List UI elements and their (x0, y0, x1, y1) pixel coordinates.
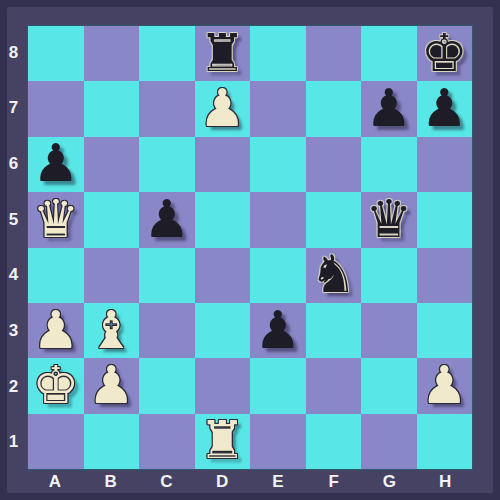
square-d8[interactable]: ♜ (195, 26, 251, 81)
rank-label-2: 2 (0, 359, 27, 415)
square-c4[interactable] (139, 248, 195, 303)
file-label-e: E (250, 470, 306, 494)
square-e2[interactable] (250, 358, 306, 413)
file-label-h: H (417, 470, 473, 494)
square-e7[interactable] (250, 81, 306, 136)
piece-black-knight-f4[interactable]: ♞ (310, 248, 357, 300)
piece-white-king-a2[interactable]: ♚ (32, 359, 79, 411)
square-a2[interactable]: ♚ (28, 358, 84, 413)
piece-black-pawn-h7[interactable]: ♟ (421, 82, 468, 134)
piece-white-pawn-a3[interactable]: ♟ (32, 304, 79, 356)
piece-white-rook-d1[interactable]: ♜ (199, 414, 246, 466)
square-b3[interactable]: ♝ (84, 303, 140, 358)
square-b5[interactable] (84, 192, 140, 247)
square-c3[interactable] (139, 303, 195, 358)
square-d4[interactable] (195, 248, 251, 303)
piece-white-queen-a5[interactable]: ♛ (32, 193, 79, 245)
piece-white-pawn-h2[interactable]: ♟ (421, 359, 468, 411)
square-b6[interactable] (84, 137, 140, 192)
piece-black-king-h8[interactable]: ♚ (421, 27, 468, 79)
piece-white-bishop-b3[interactable]: ♝ (88, 304, 135, 356)
square-c8[interactable] (139, 26, 195, 81)
square-g7[interactable]: ♟ (361, 81, 417, 136)
square-e3[interactable]: ♟ (250, 303, 306, 358)
square-a1[interactable] (28, 414, 84, 469)
chess-board: ♜♚♟♟♟♟♛♟♛♞♟♝♟♚♟♟♜ (27, 25, 473, 470)
square-h2[interactable]: ♟ (417, 358, 473, 413)
piece-black-rook-d8[interactable]: ♜ (199, 27, 246, 79)
file-label-g: G (362, 470, 418, 494)
square-h5[interactable] (417, 192, 473, 247)
square-f7[interactable] (306, 81, 362, 136)
square-h7[interactable]: ♟ (417, 81, 473, 136)
square-f1[interactable] (306, 414, 362, 469)
square-h6[interactable] (417, 137, 473, 192)
square-c2[interactable] (139, 358, 195, 413)
piece-black-pawn-c5[interactable]: ♟ (143, 193, 190, 245)
square-a5[interactable]: ♛ (28, 192, 84, 247)
square-g4[interactable] (361, 248, 417, 303)
square-a3[interactable]: ♟ (28, 303, 84, 358)
square-e1[interactable] (250, 414, 306, 469)
square-g6[interactable] (361, 137, 417, 192)
file-label-b: B (83, 470, 139, 494)
rank-label-4: 4 (0, 248, 27, 304)
square-c1[interactable] (139, 414, 195, 469)
square-d2[interactable] (195, 358, 251, 413)
square-e5[interactable] (250, 192, 306, 247)
square-c5[interactable]: ♟ (139, 192, 195, 247)
square-f3[interactable] (306, 303, 362, 358)
rank-label-1: 1 (0, 414, 27, 470)
square-f8[interactable] (306, 26, 362, 81)
square-f6[interactable] (306, 137, 362, 192)
piece-black-pawn-g7[interactable]: ♟ (365, 82, 412, 134)
square-e6[interactable] (250, 137, 306, 192)
square-g1[interactable] (361, 414, 417, 469)
square-a8[interactable] (28, 26, 84, 81)
chess-board-frame: 87654321 ABCDEFGH ♜♚♟♟♟♟♛♟♛♞♟♝♟♚♟♟♜ (0, 0, 500, 500)
rank-label-7: 7 (0, 81, 27, 137)
rank-label-6: 6 (0, 136, 27, 192)
square-g3[interactable] (361, 303, 417, 358)
rank-label-5: 5 (0, 192, 27, 248)
square-a6[interactable]: ♟ (28, 137, 84, 192)
square-h4[interactable] (417, 248, 473, 303)
rank-labels: 87654321 (0, 25, 27, 470)
square-e4[interactable] (250, 248, 306, 303)
file-label-a: A (27, 470, 83, 494)
square-d5[interactable] (195, 192, 251, 247)
square-h1[interactable] (417, 414, 473, 469)
file-label-d: D (194, 470, 250, 494)
square-f5[interactable] (306, 192, 362, 247)
square-e8[interactable] (250, 26, 306, 81)
rank-label-3: 3 (0, 303, 27, 359)
square-h8[interactable]: ♚ (417, 26, 473, 81)
square-d1[interactable]: ♜ (195, 414, 251, 469)
square-a7[interactable] (28, 81, 84, 136)
square-d3[interactable] (195, 303, 251, 358)
piece-black-queen-g5[interactable]: ♛ (365, 193, 412, 245)
square-f2[interactable] (306, 358, 362, 413)
square-g2[interactable] (361, 358, 417, 413)
square-c7[interactable] (139, 81, 195, 136)
file-label-c: C (139, 470, 195, 494)
square-d6[interactable] (195, 137, 251, 192)
piece-black-pawn-e3[interactable]: ♟ (254, 304, 301, 356)
square-g5[interactable]: ♛ (361, 192, 417, 247)
square-b8[interactable] (84, 26, 140, 81)
square-b4[interactable] (84, 248, 140, 303)
square-d7[interactable]: ♟ (195, 81, 251, 136)
file-label-f: F (306, 470, 362, 494)
piece-white-pawn-b2[interactable]: ♟ (88, 359, 135, 411)
square-b7[interactable] (84, 81, 140, 136)
piece-white-pawn-d7[interactable]: ♟ (199, 82, 246, 134)
square-h3[interactable] (417, 303, 473, 358)
square-b1[interactable] (84, 414, 140, 469)
square-a4[interactable] (28, 248, 84, 303)
piece-black-pawn-a6[interactable]: ♟ (32, 137, 79, 189)
file-labels: ABCDEFGH (27, 470, 473, 494)
rank-label-8: 8 (0, 25, 27, 81)
square-b2[interactable]: ♟ (84, 358, 140, 413)
square-g8[interactable] (361, 26, 417, 81)
square-c6[interactable] (139, 137, 195, 192)
square-f4[interactable]: ♞ (306, 248, 362, 303)
